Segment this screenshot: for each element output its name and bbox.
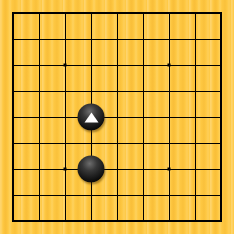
grid-line-horizontal [13,195,221,196]
black-stone-d3[interactable] [78,156,105,183]
grid-line-horizontal [13,169,221,170]
grid-line-vertical [195,13,196,221]
grid-line-horizontal [13,117,221,118]
black-stone-d5[interactable] [78,104,105,131]
star-point [168,168,171,171]
go-board[interactable] [0,0,234,234]
grid-line-vertical [143,13,144,221]
star-point [168,64,171,67]
triangle-marker-icon [84,112,98,122]
star-point [64,168,67,171]
grid-line-horizontal [13,143,221,144]
grid-line-vertical [169,13,170,221]
star-point [64,64,67,67]
